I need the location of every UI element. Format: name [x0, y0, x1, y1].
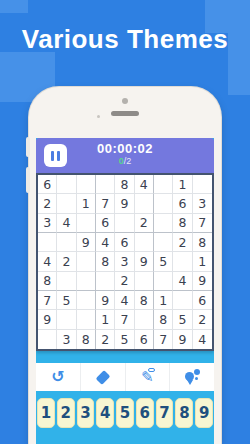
sudoku-cell[interactable]: 9 — [115, 194, 134, 213]
sudoku-cell[interactable] — [57, 194, 76, 213]
sudoku-cell[interactable]: 3 — [57, 330, 76, 349]
sudoku-cell[interactable] — [57, 175, 76, 194]
sudoku-cell[interactable]: 4 — [115, 291, 134, 310]
camera-dot — [122, 98, 128, 104]
sudoku-grid: 6841217963346287946284283951824975948169… — [36, 173, 214, 351]
sudoku-cell[interactable]: 8 — [115, 175, 134, 194]
sensor-dot — [97, 115, 100, 118]
sudoku-cell[interactable]: 8 — [96, 252, 115, 271]
sudoku-cell[interactable] — [77, 214, 96, 233]
pause-icon — [51, 151, 54, 161]
sudoku-cell[interactable]: 6 — [96, 214, 115, 233]
sudoku-cell[interactable]: 2 — [96, 330, 115, 349]
sudoku-cell[interactable]: 1 — [96, 310, 115, 329]
sudoku-cell[interactable]: 9 — [173, 330, 192, 349]
sudoku-cell[interactable] — [154, 272, 173, 291]
sudoku-cell[interactable]: 9 — [96, 291, 115, 310]
hint-icon — [183, 368, 201, 386]
pause-button[interactable] — [44, 144, 67, 167]
sudoku-cell[interactable]: 9 — [77, 233, 96, 252]
sudoku-cell[interactable]: 3 — [115, 252, 134, 271]
sudoku-cell[interactable]: 1 — [154, 291, 173, 310]
numpad-button-9[interactable]: 9 — [195, 398, 213, 428]
sudoku-cell[interactable]: 2 — [115, 272, 134, 291]
numpad-button-6[interactable]: 6 — [136, 398, 154, 428]
sudoku-cell[interactable]: 4 — [38, 252, 57, 271]
sudoku-cell[interactable]: 8 — [193, 233, 212, 252]
sudoku-cell[interactable] — [173, 291, 192, 310]
sudoku-cell[interactable] — [154, 233, 173, 252]
number-pad: 123456789 — [37, 398, 213, 428]
hint-button[interactable] — [170, 363, 214, 391]
banner-title: Various Themes — [0, 24, 250, 55]
sudoku-cell[interactable] — [115, 214, 134, 233]
volume-button — [26, 167, 30, 193]
numpad-button-1[interactable]: 1 — [37, 398, 55, 428]
sudoku-cell[interactable] — [77, 252, 96, 271]
sudoku-cell[interactable]: 4 — [193, 330, 212, 349]
numpad-button-8[interactable]: 8 — [175, 398, 193, 428]
sudoku-cell[interactable]: 4 — [57, 214, 76, 233]
sudoku-cell[interactable]: 1 — [77, 194, 96, 213]
app-screen: 00:00:02 0/2 684121796334628794628428395… — [36, 138, 214, 444]
numpad-button-4[interactable]: 4 — [96, 398, 114, 428]
sudoku-cell[interactable]: 1 — [193, 252, 212, 271]
speaker-slot — [111, 111, 139, 116]
numpad-button-7[interactable]: 7 — [156, 398, 174, 428]
sudoku-cell[interactable]: 1 — [173, 175, 192, 194]
sudoku-cell[interactable]: 9 — [193, 272, 212, 291]
sudoku-cell[interactable] — [96, 272, 115, 291]
sudoku-cell[interactable] — [57, 233, 76, 252]
sudoku-cell[interactable] — [38, 233, 57, 252]
sudoku-cell[interactable] — [77, 291, 96, 310]
sudoku-cell[interactable] — [38, 330, 57, 349]
sudoku-cell[interactable]: 5 — [154, 252, 173, 271]
game-header: 00:00:02 0/2 — [36, 138, 214, 173]
sudoku-cell[interactable] — [154, 175, 173, 194]
sudoku-cell[interactable]: 7 — [115, 310, 134, 329]
sudoku-cell[interactable]: 7 — [96, 194, 115, 213]
sudoku-cell[interactable]: 2 — [173, 233, 192, 252]
notes-button[interactable]: ✎ — [126, 363, 171, 391]
promo-banner: Various Themes 00:00:02 0/2 684121796334… — [0, 0, 250, 444]
pause-icon — [57, 151, 60, 161]
notes-toggle-badge — [148, 368, 155, 372]
undo-icon: ↺ — [51, 369, 64, 385]
sudoku-cell[interactable] — [154, 214, 173, 233]
sudoku-cell[interactable]: 4 — [173, 272, 192, 291]
sudoku-cell[interactable]: 3 — [193, 194, 212, 213]
sudoku-cell[interactable]: 3 — [38, 214, 57, 233]
toolbar: ↺ ✎ — [36, 363, 214, 391]
sudoku-cell[interactable] — [77, 272, 96, 291]
sudoku-cell[interactable] — [193, 175, 212, 194]
sudoku-cell[interactable]: 8 — [38, 272, 57, 291]
numpad-button-5[interactable]: 5 — [116, 398, 134, 428]
sudoku-cell[interactable] — [154, 194, 173, 213]
sudoku-cell[interactable] — [135, 272, 154, 291]
sudoku-cell[interactable]: 9 — [38, 310, 57, 329]
sudoku-cell[interactable] — [135, 194, 154, 213]
sudoku-cell[interactable]: 4 — [135, 175, 154, 194]
undo-button[interactable]: ↺ — [36, 363, 81, 391]
sudoku-cell[interactable] — [57, 272, 76, 291]
sudoku-cell[interactable] — [173, 252, 192, 271]
sudoku-cell[interactable]: 5 — [115, 330, 134, 349]
sudoku-cell[interactable]: 6 — [173, 194, 192, 213]
sudoku-cell[interactable]: 2 — [193, 310, 212, 329]
sudoku-cell[interactable]: 8 — [173, 214, 192, 233]
sudoku-cell[interactable]: 6 — [115, 233, 134, 252]
eraser-button[interactable] — [81, 363, 126, 391]
sudoku-cell[interactable]: 7 — [154, 330, 173, 349]
eraser-icon — [95, 370, 110, 385]
phone-mockup: 00:00:02 0/2 684121796334628794628428395… — [29, 87, 221, 444]
sudoku-cell[interactable]: 2 — [57, 252, 76, 271]
sudoku-cell[interactable]: 8 — [77, 330, 96, 349]
numpad-button-3[interactable]: 3 — [77, 398, 95, 428]
sudoku-cell[interactable] — [77, 175, 96, 194]
sudoku-cell[interactable] — [57, 310, 76, 329]
sudoku-cell[interactable]: 2 — [38, 194, 57, 213]
sudoku-cell[interactable]: 8 — [154, 310, 173, 329]
volume-button — [26, 137, 30, 157]
sudoku-cell[interactable] — [96, 175, 115, 194]
sudoku-cell[interactable]: 5 — [173, 310, 192, 329]
sudoku-cell[interactable]: 6 — [38, 175, 57, 194]
sudoku-cell[interactable]: 5 — [57, 291, 76, 310]
sudoku-cell[interactable] — [135, 310, 154, 329]
decor-rect — [0, 0, 28, 13]
sudoku-cell[interactable]: 9 — [135, 252, 154, 271]
sudoku-cell[interactable]: 8 — [135, 291, 154, 310]
sudoku-cell[interactable]: 6 — [135, 330, 154, 349]
sudoku-cell[interactable] — [77, 310, 96, 329]
sudoku-cell[interactable]: 7 — [193, 214, 212, 233]
numpad-button-2[interactable]: 2 — [57, 398, 75, 428]
sudoku-cell[interactable]: 6 — [193, 291, 212, 310]
sudoku-cell[interactable]: 7 — [38, 291, 57, 310]
sudoku-cell[interactable]: 2 — [135, 214, 154, 233]
sudoku-cell[interactable]: 4 — [96, 233, 115, 252]
sudoku-cell[interactable] — [135, 233, 154, 252]
